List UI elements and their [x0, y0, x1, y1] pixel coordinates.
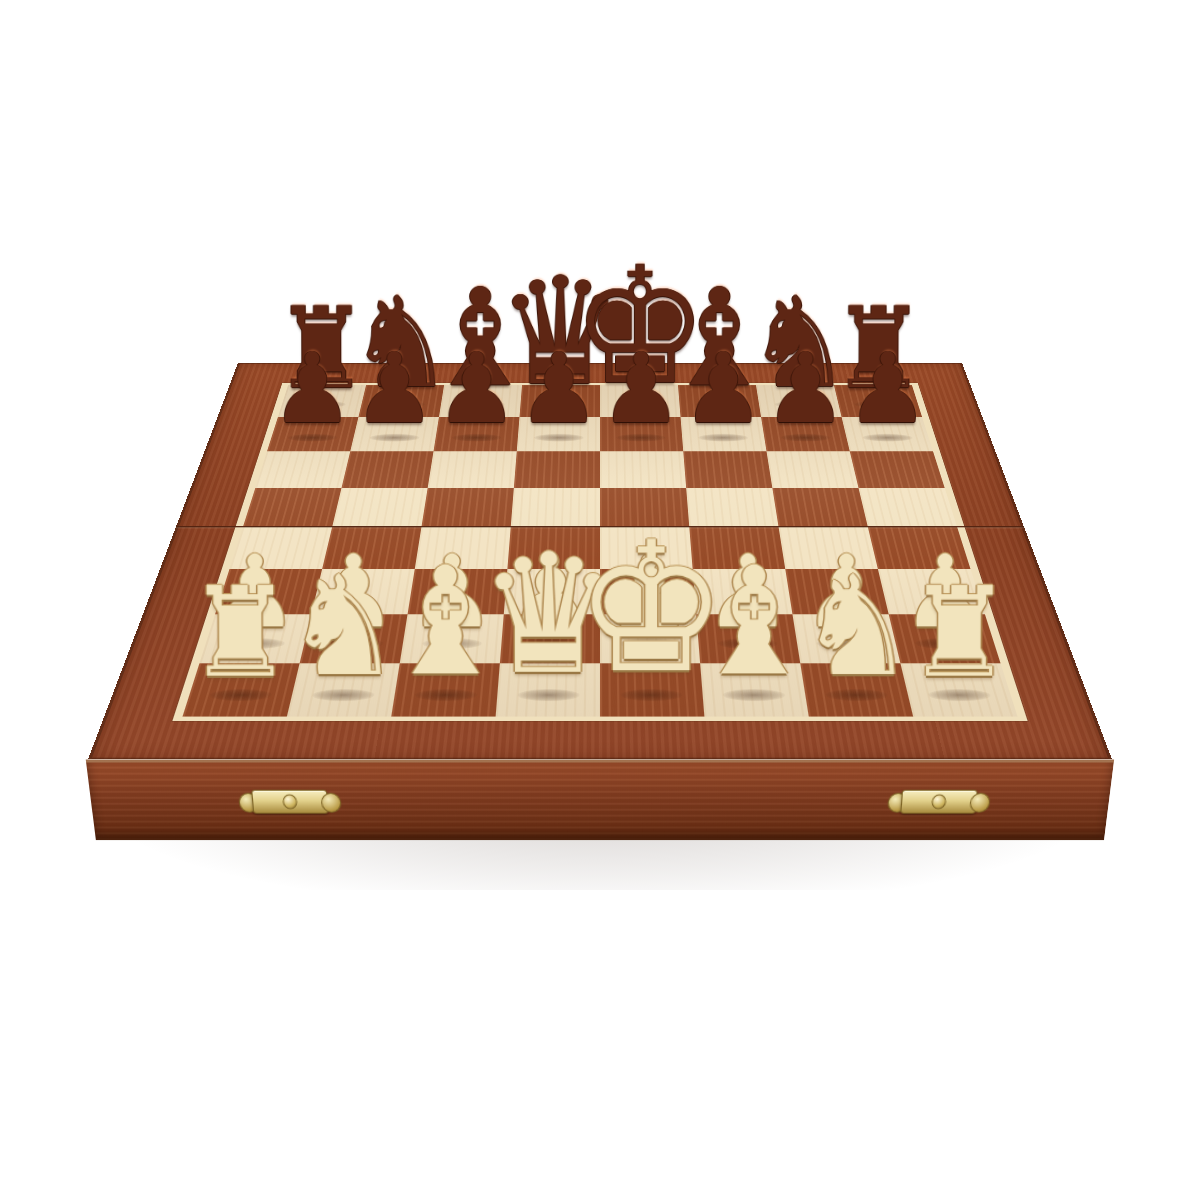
piece-black-pawn-c7[interactable]: ♟ — [436, 340, 518, 437]
latch-right[interactable] — [887, 789, 991, 815]
piece-white-rook-a1[interactable]: ♜ — [187, 570, 293, 695]
latch-knob — [282, 794, 298, 809]
piece-black-pawn-b7[interactable]: ♟ — [353, 340, 435, 437]
piece-black-pawn-d7[interactable]: ♟ — [518, 340, 600, 437]
latch-end-icon — [969, 793, 991, 813]
product-photo-stage: ♜♞♝♛♚♝♞♜♟♟♟♟♟♟♟♟♟♟♟♟♟♟♟♟♜♞♝♛♚♝♞♜ — [0, 0, 1200, 1200]
piece-black-pawn-h7[interactable]: ♟ — [846, 340, 929, 437]
latch-left[interactable] — [237, 789, 341, 815]
piece-black-pawn-f7[interactable]: ♟ — [682, 340, 764, 437]
pieces-layer: ♜♞♝♛♚♝♞♜♟♟♟♟♟♟♟♟♟♟♟♟♟♟♟♟♜♞♝♛♚♝♞♜ — [88, 363, 1112, 760]
box-front-face — [86, 759, 1115, 840]
board-plane: ♜♞♝♛♚♝♞♜♟♟♟♟♟♟♟♟♟♟♟♟♟♟♟♟♜♞♝♛♚♝♞♜ — [88, 363, 1112, 760]
piece-black-pawn-e7[interactable]: ♟ — [600, 340, 682, 437]
piece-black-pawn-g7[interactable]: ♟ — [764, 340, 846, 437]
piece-white-king-e1[interactable]: ♚ — [575, 518, 727, 697]
scene: ♜♞♝♛♚♝♞♜♟♟♟♟♟♟♟♟♟♟♟♟♟♟♟♟♜♞♝♛♚♝♞♜ — [0, 0, 1200, 1200]
piece-white-rook-h1[interactable]: ♜ — [907, 570, 1013, 695]
piece-black-pawn-a7[interactable]: ♟ — [271, 340, 354, 437]
